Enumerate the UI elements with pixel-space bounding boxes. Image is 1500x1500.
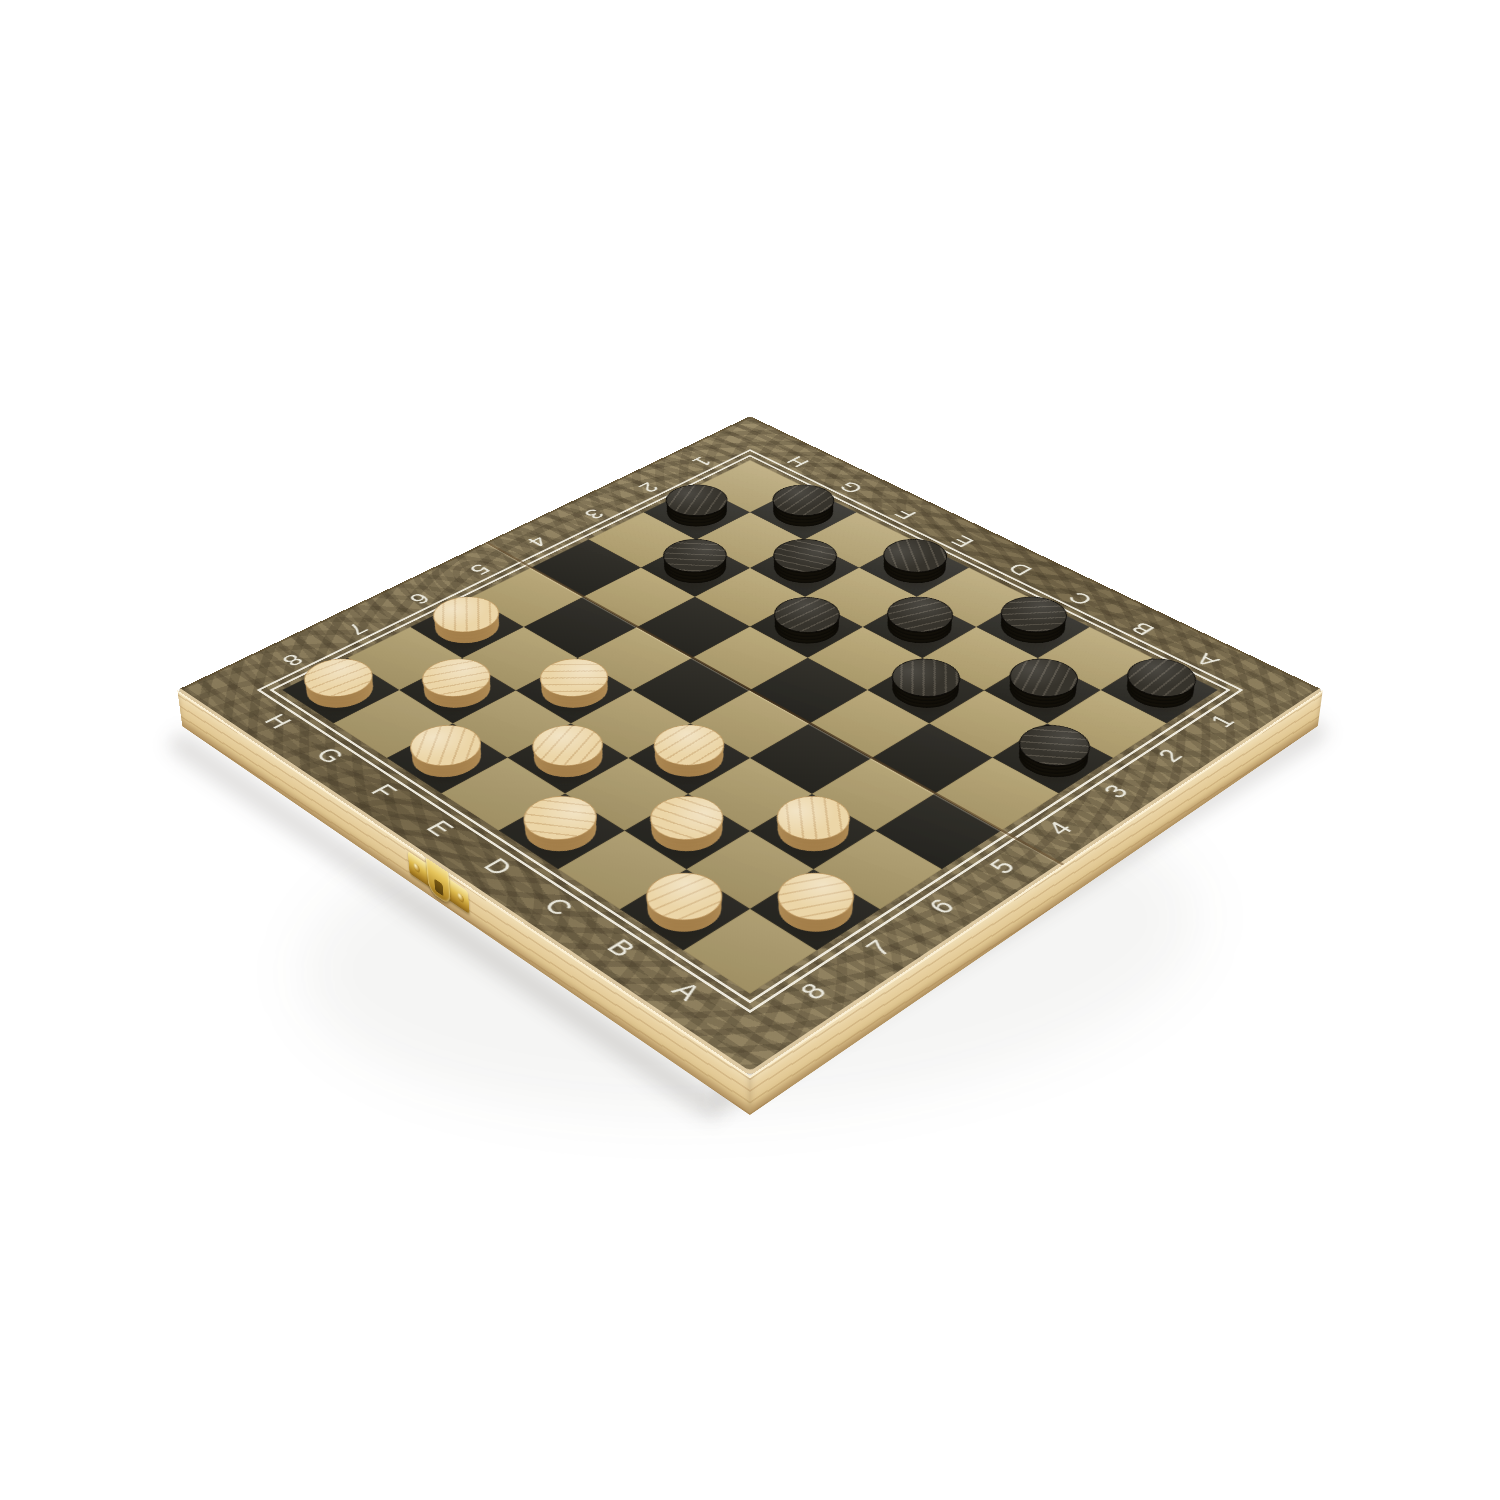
piece-dark-H2 <box>655 491 740 534</box>
piece-light-C7 <box>637 801 737 861</box>
piece-light-D6 <box>641 730 738 786</box>
piece-light-D8 <box>511 801 611 861</box>
label-far-right-letter: D <box>991 554 1049 584</box>
label-far-right-letter: F <box>878 500 934 529</box>
label-far-right-letter: B <box>1113 613 1173 646</box>
label-far-left-number: 4 <box>509 527 566 557</box>
product-photo: { "game": "checkers", "scene": "Folding … <box>0 0 1500 1500</box>
piece-light-H8 <box>294 664 387 716</box>
piece-light-F8 <box>399 730 496 786</box>
scene: HH11GG22FF33EE44DD55CC66BB77AA88 <box>0 0 1500 1500</box>
label-near-right-number: 6 <box>907 885 976 928</box>
piece-dark-F2 <box>761 545 848 591</box>
piece-dark-E3 <box>761 603 851 652</box>
piece-dark-E1 <box>871 545 958 591</box>
piece-dark-G3 <box>652 545 739 591</box>
piece-dark-G1 <box>761 491 846 534</box>
label-far-left-number: 5 <box>451 554 509 584</box>
label-near-right-number: 4 <box>1027 808 1094 848</box>
piece-dark-D2 <box>875 603 965 652</box>
piece-light-G7 <box>411 664 504 716</box>
piece-dark-A3 <box>1005 730 1102 786</box>
piece-light-A7 <box>763 877 867 942</box>
board-top-face: HH11GG22FF33EE44DD55CC66BB77AA88 <box>177 416 1323 1076</box>
label-far-left-number: 1 <box>675 448 730 475</box>
label-far-left-number: 7 <box>327 613 387 646</box>
label-far-right-letter: H <box>771 448 826 475</box>
label-near-left-letter: E <box>407 808 474 848</box>
piece-dark-A1 <box>1113 664 1206 716</box>
label-near-left-letter: A <box>650 968 722 1015</box>
label-near-left-letter: C <box>524 885 593 928</box>
label-near-right-number: 2 <box>1138 737 1202 774</box>
piece-dark-C3 <box>879 664 972 716</box>
label-near-left-letter: G <box>298 737 362 774</box>
label-near-right-number: 8 <box>777 968 849 1015</box>
label-near-right-number: 5 <box>968 846 1036 888</box>
piece-light-B8 <box>633 877 737 942</box>
piece-dark-B2 <box>996 664 1089 716</box>
piece-light-E7 <box>520 730 617 786</box>
piece-light-B6 <box>763 801 863 861</box>
game-board: HH11GG22FF33EE44DD55CC66BB77AA88 <box>177 416 1323 1076</box>
label-far-left-number: 3 <box>566 500 622 529</box>
pieces-layer <box>282 460 1218 994</box>
piece-light-F6 <box>528 664 621 716</box>
piece-light-H6 <box>422 603 512 652</box>
piece-dark-C1 <box>988 603 1078 652</box>
